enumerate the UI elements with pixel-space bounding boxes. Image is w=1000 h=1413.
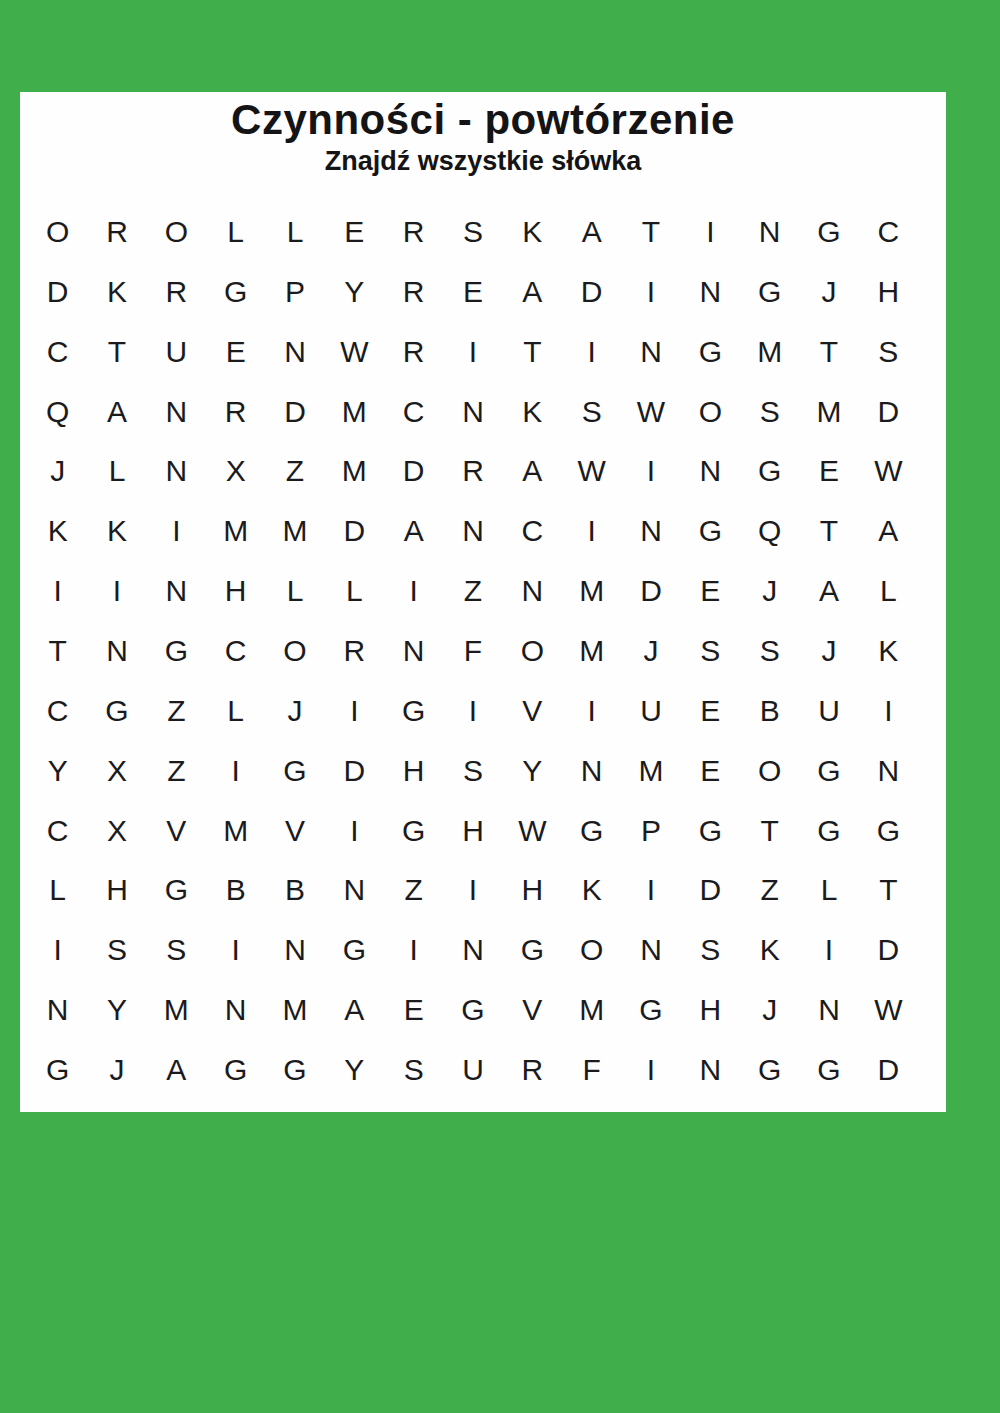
grid-cell-r10c10[interactable]: N xyxy=(562,741,621,801)
grid-cell-r9c8[interactable]: I xyxy=(443,681,502,741)
grid-cell-r2c9[interactable]: A xyxy=(503,262,562,322)
grid-cell-r12c13[interactable]: Z xyxy=(740,861,799,921)
grid-cell-r10c12[interactable]: E xyxy=(681,741,740,801)
grid-cell-r7c6[interactable]: L xyxy=(325,561,384,621)
grid-cell-r2c14[interactable]: J xyxy=(799,262,858,322)
grid-cell-r13c14[interactable]: I xyxy=(799,920,858,980)
grid-cell-r14c8[interactable]: G xyxy=(443,980,502,1040)
grid-cell-r15c12[interactable]: N xyxy=(681,1040,740,1100)
grid-cell-r5c9[interactable]: A xyxy=(503,441,562,501)
grid-cell-r8c6[interactable]: R xyxy=(325,621,384,681)
grid-cell-r3c2[interactable]: T xyxy=(87,322,146,382)
grid-cell-r13c9[interactable]: G xyxy=(503,920,562,980)
grid-cell-r15c15[interactable]: D xyxy=(859,1040,918,1100)
grid-cell-r5c14[interactable]: E xyxy=(799,441,858,501)
grid-cell-r2c8[interactable]: E xyxy=(443,262,502,322)
grid-cell-r13c4[interactable]: I xyxy=(206,920,265,980)
grid-cell-r11c4[interactable]: M xyxy=(206,801,265,861)
grid-cell-r15c13[interactable]: G xyxy=(740,1040,799,1100)
grid-cell-r2c1[interactable]: D xyxy=(28,262,87,322)
grid-cell-r8c13[interactable]: S xyxy=(740,621,799,681)
grid-cell-r8c11[interactable]: J xyxy=(621,621,680,681)
grid-cell-r1c6[interactable]: E xyxy=(325,202,384,262)
grid-cell-r14c1[interactable]: N xyxy=(28,980,87,1040)
grid-cell-r6c9[interactable]: C xyxy=(503,501,562,561)
grid-cell-r3c9[interactable]: T xyxy=(503,322,562,382)
grid-cell-r14c11[interactable]: G xyxy=(621,980,680,1040)
grid-cell-r3c14[interactable]: T xyxy=(799,322,858,382)
grid-cell-r13c1[interactable]: I xyxy=(28,920,87,980)
grid-cell-r2c10[interactable]: D xyxy=(562,262,621,322)
grid-cell-r15c9[interactable]: R xyxy=(503,1040,562,1100)
grid-cell-r1c8[interactable]: S xyxy=(443,202,502,262)
grid-cell-r6c6[interactable]: D xyxy=(325,501,384,561)
grid-cell-r6c8[interactable]: N xyxy=(443,501,502,561)
grid-cell-r15c5[interactable]: G xyxy=(265,1040,324,1100)
grid-cell-r10c3[interactable]: Z xyxy=(147,741,206,801)
grid-cell-r13c2[interactable]: S xyxy=(87,920,146,980)
grid-cell-r15c11[interactable]: I xyxy=(621,1040,680,1100)
grid-cell-r8c2[interactable]: N xyxy=(87,621,146,681)
grid-cell-r4c10[interactable]: S xyxy=(562,382,621,442)
grid-cell-r5c4[interactable]: X xyxy=(206,441,265,501)
grid-cell-r13c13[interactable]: K xyxy=(740,920,799,980)
grid-cell-r3c8[interactable]: I xyxy=(443,322,502,382)
grid-cell-r2c12[interactable]: N xyxy=(681,262,740,322)
grid-cell-r5c6[interactable]: M xyxy=(325,441,384,501)
grid-cell-r10c9[interactable]: Y xyxy=(503,741,562,801)
grid-cell-r1c11[interactable]: T xyxy=(621,202,680,262)
grid-cell-r7c11[interactable]: D xyxy=(621,561,680,621)
grid-cell-r11c13[interactable]: T xyxy=(740,801,799,861)
grid-cell-r15c10[interactable]: F xyxy=(562,1040,621,1100)
grid-cell-r1c9[interactable]: K xyxy=(503,202,562,262)
grid-cell-r8c3[interactable]: G xyxy=(147,621,206,681)
grid-cell-r10c13[interactable]: O xyxy=(740,741,799,801)
grid-cell-r10c7[interactable]: H xyxy=(384,741,443,801)
grid-cell-r5c13[interactable]: G xyxy=(740,441,799,501)
grid-cell-r15c2[interactable]: J xyxy=(87,1040,146,1100)
grid-cell-r10c5[interactable]: G xyxy=(265,741,324,801)
grid-cell-r13c7[interactable]: I xyxy=(384,920,443,980)
grid-cell-r3c7[interactable]: R xyxy=(384,322,443,382)
grid-cell-r14c13[interactable]: J xyxy=(740,980,799,1040)
grid-cell-r6c5[interactable]: M xyxy=(265,501,324,561)
grid-cell-r6c1[interactable]: K xyxy=(28,501,87,561)
grid-cell-r14c9[interactable]: V xyxy=(503,980,562,1040)
grid-cell-r4c6[interactable]: M xyxy=(325,382,384,442)
grid-cell-r7c4[interactable]: H xyxy=(206,561,265,621)
grid-cell-r10c6[interactable]: D xyxy=(325,741,384,801)
grid-cell-r1c3[interactable]: O xyxy=(147,202,206,262)
grid-cell-r4c8[interactable]: N xyxy=(443,382,502,442)
grid-cell-r9c1[interactable]: C xyxy=(28,681,87,741)
grid-cell-r13c8[interactable]: N xyxy=(443,920,502,980)
grid-cell-r5c11[interactable]: I xyxy=(621,441,680,501)
grid-cell-r7c12[interactable]: E xyxy=(681,561,740,621)
grid-cell-r15c7[interactable]: S xyxy=(384,1040,443,1100)
grid-cell-r7c15[interactable]: L xyxy=(859,561,918,621)
grid-cell-r1c7[interactable]: R xyxy=(384,202,443,262)
grid-cell-r2c5[interactable]: P xyxy=(265,262,324,322)
grid-cell-r4c9[interactable]: K xyxy=(503,382,562,442)
grid-cell-r8c7[interactable]: N xyxy=(384,621,443,681)
grid-cell-r15c6[interactable]: Y xyxy=(325,1040,384,1100)
grid-cell-r2c6[interactable]: Y xyxy=(325,262,384,322)
grid-cell-r8c9[interactable]: O xyxy=(503,621,562,681)
grid-cell-r5c2[interactable]: L xyxy=(87,441,146,501)
grid-cell-r1c12[interactable]: I xyxy=(681,202,740,262)
grid-cell-r11c14[interactable]: G xyxy=(799,801,858,861)
grid-cell-r7c2[interactable]: I xyxy=(87,561,146,621)
grid-cell-r3c1[interactable]: C xyxy=(28,322,87,382)
grid-cell-r15c4[interactable]: G xyxy=(206,1040,265,1100)
grid-cell-r4c4[interactable]: R xyxy=(206,382,265,442)
grid-cell-r6c4[interactable]: M xyxy=(206,501,265,561)
grid-cell-r11c15[interactable]: G xyxy=(859,801,918,861)
grid-cell-r5c1[interactable]: J xyxy=(28,441,87,501)
grid-cell-r4c13[interactable]: S xyxy=(740,382,799,442)
grid-cell-r4c2[interactable]: A xyxy=(87,382,146,442)
grid-cell-r12c12[interactable]: D xyxy=(681,861,740,921)
worksheet-page: { "game": "word-search", "header": { "ti… xyxy=(0,0,1000,1413)
grid-cell-r6c14[interactable]: T xyxy=(799,501,858,561)
grid-cell-r14c14[interactable]: N xyxy=(799,980,858,1040)
grid-cell-r9c11[interactable]: U xyxy=(621,681,680,741)
grid-cell-r14c15[interactable]: W xyxy=(859,980,918,1040)
grid-cell-r14c10[interactable]: M xyxy=(562,980,621,1040)
grid-cell-r6c12[interactable]: G xyxy=(681,501,740,561)
grid-cell-r5c3[interactable]: N xyxy=(147,441,206,501)
grid-cell-r9c9[interactable]: V xyxy=(503,681,562,741)
grid-cell-r1c13[interactable]: N xyxy=(740,202,799,262)
grid-cell-r2c2[interactable]: K xyxy=(87,262,146,322)
grid-cell-r12c8[interactable]: I xyxy=(443,861,502,921)
grid-cell-r9c14[interactable]: U xyxy=(799,681,858,741)
grid-cell-r12c10[interactable]: K xyxy=(562,861,621,921)
grid-cell-r12c11[interactable]: I xyxy=(621,861,680,921)
grid-cell-r5c12[interactable]: N xyxy=(681,441,740,501)
grid-cell-r7c1[interactable]: I xyxy=(28,561,87,621)
grid-cell-r2c13[interactable]: G xyxy=(740,262,799,322)
grid-cell-r10c14[interactable]: G xyxy=(799,741,858,801)
grid-cell-r9c3[interactable]: Z xyxy=(147,681,206,741)
grid-cell-r7c13[interactable]: J xyxy=(740,561,799,621)
grid-cell-r9c12[interactable]: E xyxy=(681,681,740,741)
grid-cell-r12c1[interactable]: L xyxy=(28,861,87,921)
grid-cell-r15c1[interactable]: G xyxy=(28,1040,87,1100)
grid-cell-r3c10[interactable]: I xyxy=(562,322,621,382)
grid-cell-r9c15[interactable]: I xyxy=(859,681,918,741)
grid-cell-r6c13[interactable]: Q xyxy=(740,501,799,561)
grid-cell-r4c12[interactable]: O xyxy=(681,382,740,442)
grid-cell-r3c15[interactable]: S xyxy=(859,322,918,382)
grid-cell-r12c6[interactable]: N xyxy=(325,861,384,921)
grid-cell-r13c10[interactable]: O xyxy=(562,920,621,980)
grid-cell-r5c10[interactable]: W xyxy=(562,441,621,501)
grid-cell-r5c8[interactable]: R xyxy=(443,441,502,501)
grid-cell-r4c1[interactable]: Q xyxy=(28,382,87,442)
grid-cell-r13c3[interactable]: S xyxy=(147,920,206,980)
grid-cell-r4c14[interactable]: M xyxy=(799,382,858,442)
grid-cell-r9c6[interactable]: I xyxy=(325,681,384,741)
grid-cell-r9c7[interactable]: G xyxy=(384,681,443,741)
grid-cell-r8c10[interactable]: M xyxy=(562,621,621,681)
grid-cell-r3c5[interactable]: N xyxy=(265,322,324,382)
page-subtitle: Znajdź wszystkie słówka xyxy=(20,146,946,177)
grid-cell-r7c8[interactable]: Z xyxy=(443,561,502,621)
grid-cell-r12c2[interactable]: H xyxy=(87,861,146,921)
grid-cell-r13c15[interactable]: D xyxy=(859,920,918,980)
grid-cell-r4c15[interactable]: D xyxy=(859,382,918,442)
grid-cell-r12c5[interactable]: B xyxy=(265,861,324,921)
grid-cell-r4c5[interactable]: D xyxy=(265,382,324,442)
grid-cell-r15c14[interactable]: G xyxy=(799,1040,858,1100)
grid-cell-r7c14[interactable]: A xyxy=(799,561,858,621)
grid-cell-r11c5[interactable]: V xyxy=(265,801,324,861)
grid-cell-r1c4[interactable]: L xyxy=(206,202,265,262)
grid-cell-r14c2[interactable]: Y xyxy=(87,980,146,1040)
grid-cell-r5c15[interactable]: W xyxy=(859,441,918,501)
grid-cell-r8c15[interactable]: K xyxy=(859,621,918,681)
grid-cell-r11c12[interactable]: G xyxy=(681,801,740,861)
grid-cell-r11c11[interactable]: P xyxy=(621,801,680,861)
grid-cell-r1c15[interactable]: C xyxy=(859,202,918,262)
grid-cell-r11c3[interactable]: V xyxy=(147,801,206,861)
grid-cell-r6c2[interactable]: K xyxy=(87,501,146,561)
grid-cell-r6c7[interactable]: A xyxy=(384,501,443,561)
grid-cell-r7c5[interactable]: L xyxy=(265,561,324,621)
grid-cell-r12c14[interactable]: L xyxy=(799,861,858,921)
grid-cell-r8c4[interactable]: C xyxy=(206,621,265,681)
grid-cell-r12c9[interactable]: H xyxy=(503,861,562,921)
grid-cell-r2c3[interactable]: R xyxy=(147,262,206,322)
grid-cell-r9c13[interactable]: B xyxy=(740,681,799,741)
grid-cell-r14c4[interactable]: N xyxy=(206,980,265,1040)
grid-cell-r1c10[interactable]: A xyxy=(562,202,621,262)
grid-cell-r15c8[interactable]: U xyxy=(443,1040,502,1100)
grid-cell-r9c2[interactable]: G xyxy=(87,681,146,741)
grid-cell-r5c5[interactable]: Z xyxy=(265,441,324,501)
grid-cell-r14c7[interactable]: E xyxy=(384,980,443,1040)
grid-cell-r3c11[interactable]: N xyxy=(621,322,680,382)
grid-cell-r4c7[interactable]: C xyxy=(384,382,443,442)
grid-cell-r1c2[interactable]: R xyxy=(87,202,146,262)
grid-cell-r5c7[interactable]: D xyxy=(384,441,443,501)
grid-cell-r3c6[interactable]: W xyxy=(325,322,384,382)
grid-cell-r8c5[interactable]: O xyxy=(265,621,324,681)
grid-cell-r13c11[interactable]: N xyxy=(621,920,680,980)
grid-cell-r8c1[interactable]: T xyxy=(28,621,87,681)
grid-cell-r4c3[interactable]: N xyxy=(147,382,206,442)
grid-cell-r11c8[interactable]: H xyxy=(443,801,502,861)
grid-cell-r12c3[interactable]: G xyxy=(147,861,206,921)
grid-cell-r7c7[interactable]: I xyxy=(384,561,443,621)
grid-cell-r9c10[interactable]: I xyxy=(562,681,621,741)
grid-cell-r14c3[interactable]: M xyxy=(147,980,206,1040)
grid-cell-r1c1[interactable]: O xyxy=(28,202,87,262)
grid-cell-r11c10[interactable]: G xyxy=(562,801,621,861)
grid-cell-r3c13[interactable]: M xyxy=(740,322,799,382)
grid-cell-r14c6[interactable]: A xyxy=(325,980,384,1040)
grid-cell-r13c6[interactable]: G xyxy=(325,920,384,980)
puzzle-card: Czynności - powtórzenie Znajdź wszystkie… xyxy=(20,92,946,1112)
grid-cell-r6c15[interactable]: A xyxy=(859,501,918,561)
grid-cell-r2c11[interactable]: I xyxy=(621,262,680,322)
grid-cell-r7c3[interactable]: N xyxy=(147,561,206,621)
grid-cell-r6c10[interactable]: I xyxy=(562,501,621,561)
grid-cell-r3c3[interactable]: U xyxy=(147,322,206,382)
grid-cell-r15c3[interactable]: A xyxy=(147,1040,206,1100)
grid-cell-r11c7[interactable]: G xyxy=(384,801,443,861)
word-search-grid: OROLLERSKATINGCDKRGPYREADINGJHCTUENWRITI… xyxy=(28,202,918,1100)
grid-cell-r3c12[interactable]: G xyxy=(681,322,740,382)
grid-cell-r10c1[interactable]: Y xyxy=(28,741,87,801)
grid-cell-r11c9[interactable]: W xyxy=(503,801,562,861)
grid-cell-r1c5[interactable]: L xyxy=(265,202,324,262)
grid-cell-r13c12[interactable]: S xyxy=(681,920,740,980)
grid-cell-r14c5[interactable]: M xyxy=(265,980,324,1040)
grid-cell-r7c10[interactable]: M xyxy=(562,561,621,621)
grid-cell-r2c4[interactable]: G xyxy=(206,262,265,322)
grid-cell-r10c2[interactable]: X xyxy=(87,741,146,801)
grid-cell-r10c15[interactable]: N xyxy=(859,741,918,801)
grid-cell-r8c14[interactable]: J xyxy=(799,621,858,681)
grid-cell-r7c9[interactable]: N xyxy=(503,561,562,621)
grid-cell-r10c8[interactable]: S xyxy=(443,741,502,801)
grid-cell-r8c8[interactable]: F xyxy=(443,621,502,681)
grid-cell-r12c4[interactable]: B xyxy=(206,861,265,921)
grid-cell-r6c11[interactable]: N xyxy=(621,501,680,561)
grid-cell-r8c12[interactable]: S xyxy=(681,621,740,681)
grid-cell-r6c3[interactable]: I xyxy=(147,501,206,561)
grid-cell-r3c4[interactable]: E xyxy=(206,322,265,382)
grid-cell-r4c11[interactable]: W xyxy=(621,382,680,442)
grid-cell-r14c12[interactable]: H xyxy=(681,980,740,1040)
grid-cell-r13c5[interactable]: N xyxy=(265,920,324,980)
grid-cell-r2c7[interactable]: R xyxy=(384,262,443,322)
grid-cell-r12c15[interactable]: T xyxy=(859,861,918,921)
grid-cell-r11c1[interactable]: C xyxy=(28,801,87,861)
grid-cell-r2c15[interactable]: H xyxy=(859,262,918,322)
grid-cell-r10c11[interactable]: M xyxy=(621,741,680,801)
grid-cell-r11c2[interactable]: X xyxy=(87,801,146,861)
grid-cell-r10c4[interactable]: I xyxy=(206,741,265,801)
grid-cell-r1c14[interactable]: G xyxy=(799,202,858,262)
grid-cell-r9c4[interactable]: L xyxy=(206,681,265,741)
page-title: Czynności - powtórzenie xyxy=(20,92,946,144)
grid-cell-r12c7[interactable]: Z xyxy=(384,861,443,921)
grid-cell-r11c6[interactable]: I xyxy=(325,801,384,861)
grid-cell-r9c5[interactable]: J xyxy=(265,681,324,741)
